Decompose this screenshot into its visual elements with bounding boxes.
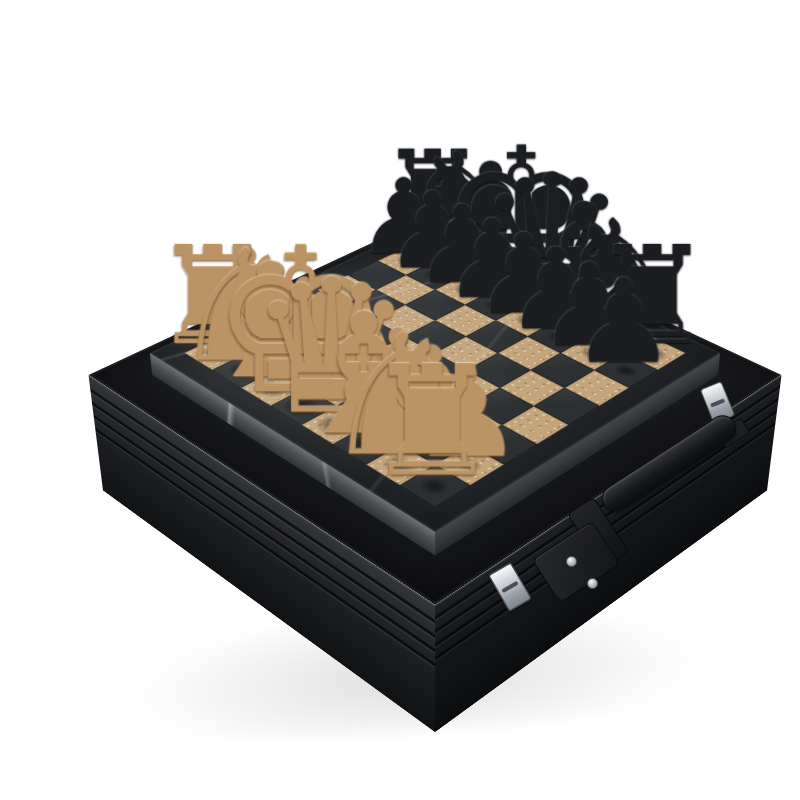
scene: ♜♞♝♚♛♝♞♜♟♟♟♟♟♟♟♟♟♟♟♟♟♟♟♟♜♞♝♚♛♝♞♜	[0, 0, 800, 800]
screw-icon	[566, 556, 577, 567]
case-handle-group	[530, 420, 790, 640]
latch-slot	[501, 581, 519, 593]
latch-slot	[710, 398, 725, 407]
case-handle	[597, 410, 741, 517]
product-photo: ♜♞♝♚♛♝♞♜♟♟♟♟♟♟♟♟♟♟♟♟♟♟♟♟♜♞♝♚♛♝♞♜	[0, 0, 800, 800]
screw-icon	[587, 578, 598, 589]
piece-coral-rook: ♜	[307, 359, 557, 487]
